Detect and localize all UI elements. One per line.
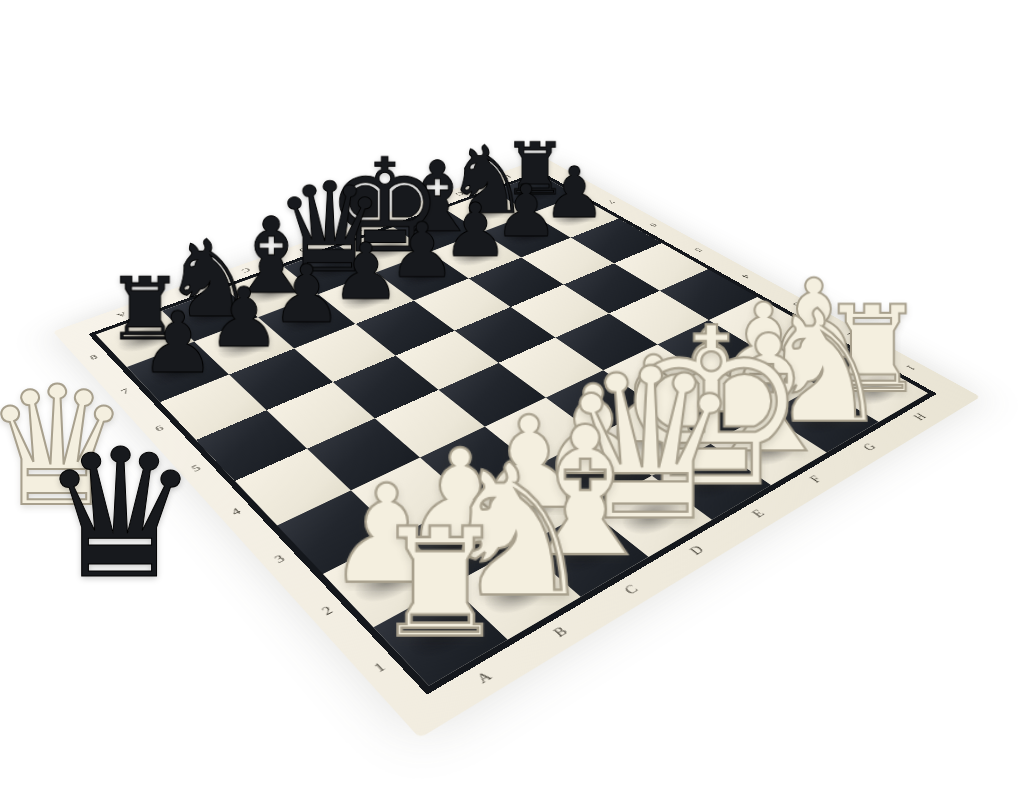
extra-black-queen: ♛ <box>40 426 200 604</box>
rank-label-left-1: 1 <box>363 656 396 680</box>
rank-label-right-5: 5 <box>688 245 709 255</box>
board-grid: ♜♞♝♛♚♝♞♜♟♟♟♟♟♟♟♟♟♟♟♟♟♟♟♟♜♞♝♛♚♝♞♜ <box>88 171 937 695</box>
file-label-near-a: A <box>468 665 501 689</box>
white-rook-piece: ♜ <box>250 508 631 658</box>
square-a7: ♟ <box>127 341 229 402</box>
board-scene: ♜♞♝♛♚♝♞♜♟♟♟♟♟♟♟♟♟♟♟♟♟♟♟♟♜♞♝♛♚♝♞♜ AA88BB7… <box>0 0 1024 792</box>
photo-stage: ♜♞♝♛♚♝♞♜♟♟♟♟♟♟♟♟♟♟♟♟♟♟♟♟♜♞♝♛♚♝♞♜ AA88BB7… <box>0 0 1024 792</box>
